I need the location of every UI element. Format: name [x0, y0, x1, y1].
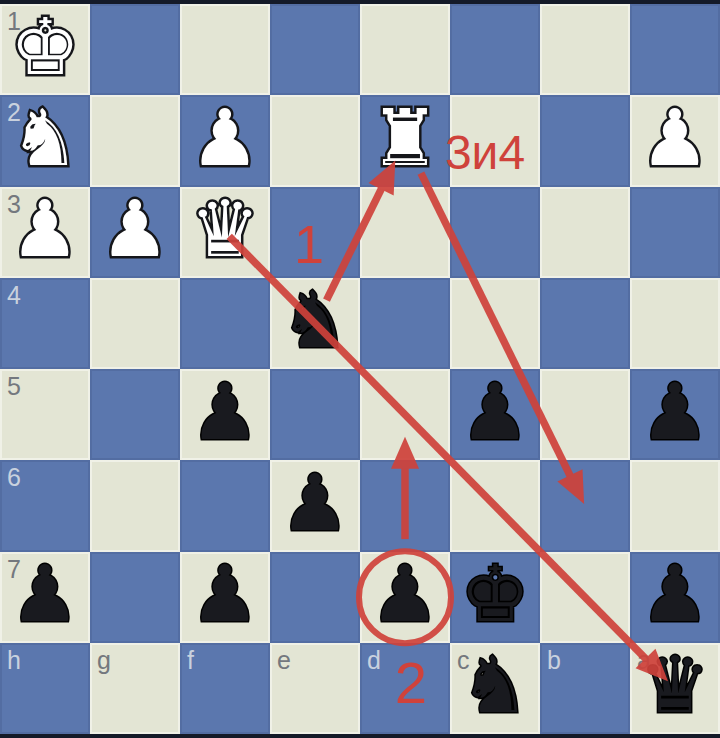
square-a2[interactable]: ♟ [630, 95, 720, 186]
black-pawn-h7[interactable]: ♟ [0, 549, 90, 640]
square-a6[interactable] [630, 460, 720, 551]
white-pawn-f2[interactable]: ♟ [180, 92, 270, 183]
white-king-h1[interactable]: ♚ [0, 1, 90, 92]
square-b3[interactable] [540, 187, 630, 278]
square-h1[interactable]: 1♚ [0, 4, 90, 95]
white-pawn-g3[interactable]: ♟ [90, 184, 180, 275]
square-b6[interactable] [540, 460, 630, 551]
square-f3[interactable]: ♛ [180, 187, 270, 278]
square-e5[interactable] [270, 369, 360, 460]
white-pawn-h3[interactable]: ♟ [0, 184, 90, 275]
square-g5[interactable] [90, 369, 180, 460]
square-b2[interactable] [540, 95, 630, 186]
square-a8[interactable]: a♛ [630, 643, 720, 734]
black-pawn-e6[interactable]: ♟ [270, 457, 360, 548]
square-g2[interactable] [90, 95, 180, 186]
square-c3[interactable] [450, 187, 540, 278]
square-d1[interactable] [360, 4, 450, 95]
square-e1[interactable] [270, 4, 360, 95]
square-b1[interactable] [540, 4, 630, 95]
square-d7[interactable]: ♟ [360, 552, 450, 643]
square-b7[interactable] [540, 552, 630, 643]
square-h6[interactable]: 6 [0, 460, 90, 551]
black-pawn-d7[interactable]: ♟ [360, 549, 450, 640]
square-g3[interactable]: ♟ [90, 187, 180, 278]
square-f7[interactable]: ♟ [180, 552, 270, 643]
square-e4[interactable]: ♞ [270, 278, 360, 369]
black-pawn-f7[interactable]: ♟ [180, 549, 270, 640]
square-f5[interactable]: ♟ [180, 369, 270, 460]
square-c6[interactable] [450, 460, 540, 551]
square-b4[interactable] [540, 278, 630, 369]
square-c7[interactable]: ♚ [450, 552, 540, 643]
black-king-c7[interactable]: ♚ [450, 549, 540, 640]
rank-label-4: 4 [7, 280, 21, 310]
square-h5[interactable]: 5 [0, 369, 90, 460]
square-a4[interactable] [630, 278, 720, 369]
file-label-b: b [547, 645, 561, 675]
black-pawn-c5[interactable]: ♟ [450, 366, 540, 457]
black-knight-e4[interactable]: ♞ [270, 275, 360, 366]
square-c8[interactable]: c♞ [450, 643, 540, 734]
square-d3[interactable] [360, 187, 450, 278]
black-queen-a8[interactable]: ♛ [630, 640, 720, 731]
square-e3[interactable] [270, 187, 360, 278]
chess-app-screen: 1♚2♞♟♜♟3♟♟♛4♞5♟♟♟6♟7♟♟♟♚♟hgfedc♞ba♛ 123и… [0, 0, 720, 738]
white-pawn-a2[interactable]: ♟ [630, 92, 720, 183]
square-b8[interactable]: b [540, 643, 630, 734]
square-h4[interactable]: 4 [0, 278, 90, 369]
square-f1[interactable] [180, 4, 270, 95]
square-f2[interactable]: ♟ [180, 95, 270, 186]
square-h3[interactable]: 3♟ [0, 187, 90, 278]
square-d8[interactable]: d [360, 643, 450, 734]
square-a5[interactable]: ♟ [630, 369, 720, 460]
white-knight-h2[interactable]: ♞ [0, 92, 90, 183]
white-rook-d2[interactable]: ♜ [360, 92, 450, 183]
file-label-f: f [187, 645, 194, 675]
white-queen-f3[interactable]: ♛ [180, 184, 270, 275]
black-knight-c8[interactable]: ♞ [450, 640, 540, 731]
file-label-g: g [97, 645, 111, 675]
square-e8[interactable]: e [270, 643, 360, 734]
square-b5[interactable] [540, 369, 630, 460]
rank-label-5: 5 [7, 371, 21, 401]
square-d2[interactable]: ♜ [360, 95, 450, 186]
square-h2[interactable]: 2♞ [0, 95, 90, 186]
square-a7[interactable]: ♟ [630, 552, 720, 643]
square-e7[interactable] [270, 552, 360, 643]
square-c2[interactable] [450, 95, 540, 186]
square-d5[interactable] [360, 369, 450, 460]
square-a1[interactable] [630, 4, 720, 95]
square-g7[interactable] [90, 552, 180, 643]
square-d6[interactable] [360, 460, 450, 551]
square-g4[interactable] [90, 278, 180, 369]
square-c4[interactable] [450, 278, 540, 369]
square-g6[interactable] [90, 460, 180, 551]
square-g1[interactable] [90, 4, 180, 95]
square-e6[interactable]: ♟ [270, 460, 360, 551]
square-e2[interactable] [270, 95, 360, 186]
black-pawn-a7[interactable]: ♟ [630, 549, 720, 640]
square-c1[interactable] [450, 4, 540, 95]
black-pawn-a5[interactable]: ♟ [630, 366, 720, 457]
square-f6[interactable] [180, 460, 270, 551]
rank-label-6: 6 [7, 462, 21, 492]
square-f8[interactable]: f [180, 643, 270, 734]
square-h7[interactable]: 7♟ [0, 552, 90, 643]
square-d4[interactable] [360, 278, 450, 369]
file-label-h: h [7, 645, 21, 675]
chess-board: 1♚2♞♟♜♟3♟♟♛4♞5♟♟♟6♟7♟♟♟♚♟hgfedc♞ba♛ [0, 4, 720, 734]
square-c5[interactable]: ♟ [450, 369, 540, 460]
square-g8[interactable]: g [90, 643, 180, 734]
square-h8[interactable]: h [0, 643, 90, 734]
file-label-d: d [367, 645, 381, 675]
square-a3[interactable] [630, 187, 720, 278]
square-f4[interactable] [180, 278, 270, 369]
black-pawn-f5[interactable]: ♟ [180, 366, 270, 457]
file-label-e: e [277, 645, 291, 675]
